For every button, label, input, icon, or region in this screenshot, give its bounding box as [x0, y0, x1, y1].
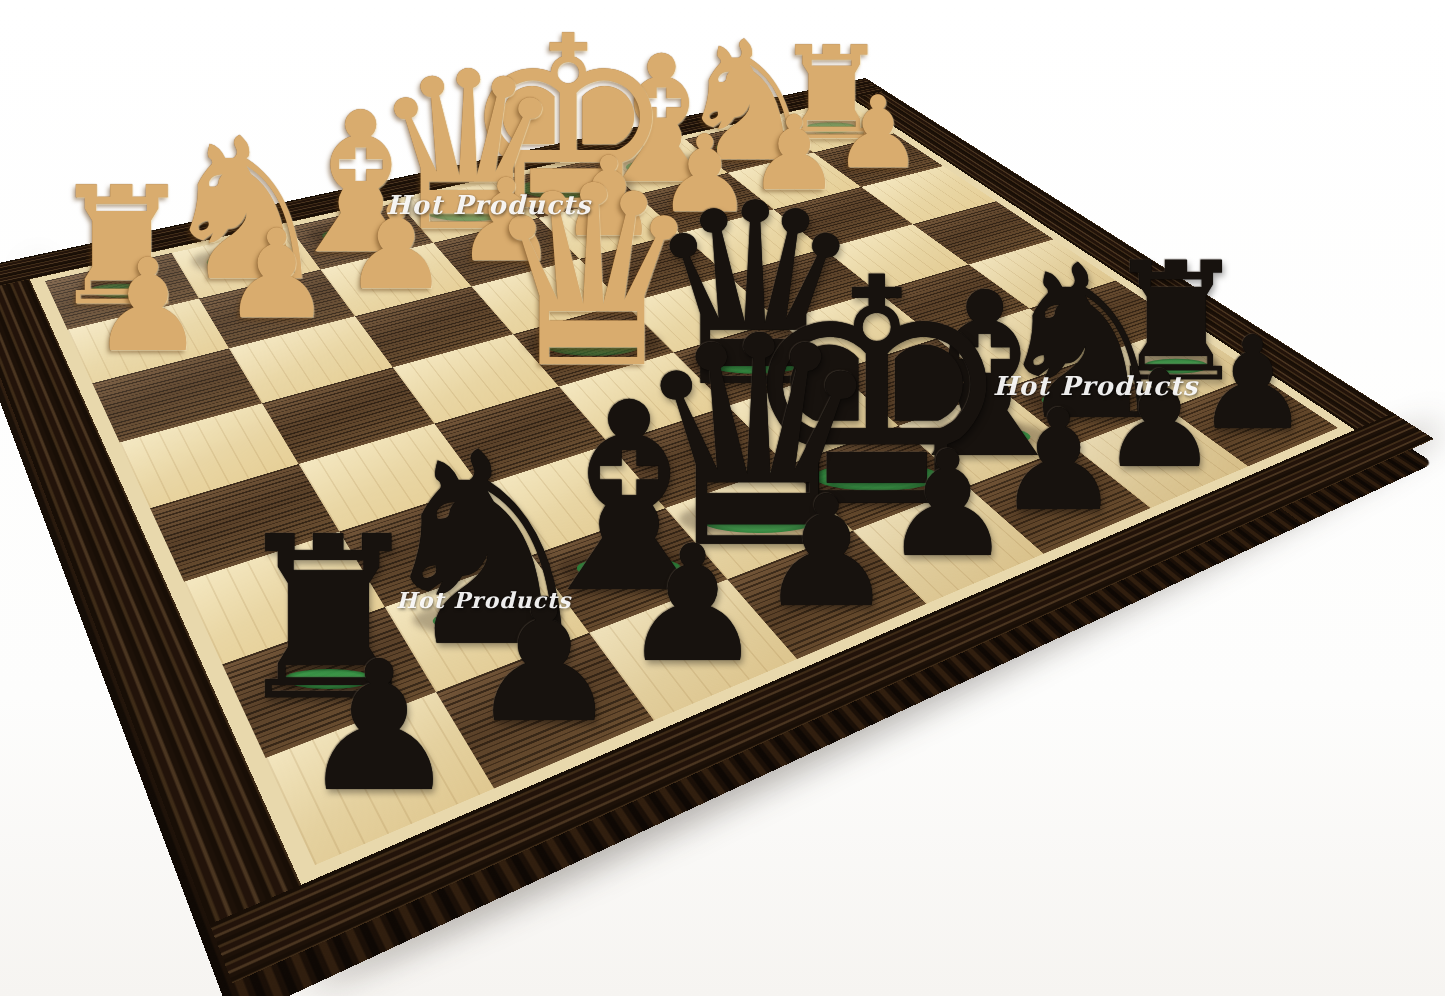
piece-black-pawn-e1[interactable]: ♟: [882, 431, 1013, 577]
piece-black-pawn-c1[interactable]: ♟: [620, 523, 764, 684]
piece-white-pawn-a7[interactable]: ♟: [91, 242, 206, 370]
piece-black-pawn-b1[interactable]: ♟: [468, 577, 620, 747]
piece-black-pawn-f1[interactable]: ♟: [996, 391, 1121, 531]
product-photo-stage: ♜♞♟♝♟♚♟♛♟♝♟♞♟♜♟♟♛♛♜♞♟♝♟♚♟♛♟♝♟♞♟♜♟♟ Hot P…: [0, 0, 1445, 996]
piece-white-pawn-b7[interactable]: ♟: [222, 214, 332, 337]
pieces-layer: ♜♞♟♝♟♚♟♛♟♝♟♞♟♜♟♟♛♛♜♞♟♝♟♚♟♛♟♝♟♞♟♜♟♟: [0, 0, 1445, 996]
piece-black-pawn-d1[interactable]: ♟: [758, 475, 895, 628]
piece-black-pawn-a1[interactable]: ♟: [299, 637, 460, 816]
piece-white-pawn-c7[interactable]: ♟: [343, 188, 449, 306]
